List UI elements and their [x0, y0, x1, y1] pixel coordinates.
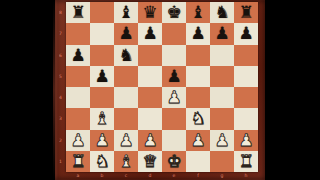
square-e8[interactable]: ♚	[162, 2, 186, 23]
square-a2[interactable]: ♟	[66, 130, 90, 151]
square-h7[interactable]: ♟	[234, 23, 258, 44]
square-f3[interactable]: ♞	[186, 108, 210, 129]
black-knight: ♞	[210, 2, 234, 23]
square-h3[interactable]	[234, 108, 258, 129]
rank-label-6: 6	[55, 45, 66, 66]
square-f2[interactable]: ♟	[186, 130, 210, 151]
square-b1[interactable]: ♞	[90, 151, 114, 172]
square-h2[interactable]: ♟	[234, 130, 258, 151]
square-e3[interactable]	[162, 108, 186, 129]
square-d8[interactable]: ♛	[138, 2, 162, 23]
square-c4[interactable]	[114, 87, 138, 108]
square-b7[interactable]	[90, 23, 114, 44]
square-e4[interactable]: ♟	[162, 87, 186, 108]
square-b2[interactable]: ♟	[90, 130, 114, 151]
square-f8[interactable]: ♝	[186, 2, 210, 23]
white-pawn: ♟	[90, 130, 114, 151]
rank-label-5: 5	[55, 66, 66, 87]
square-f4[interactable]	[186, 87, 210, 108]
white-rook: ♜	[66, 151, 90, 172]
white-bishop: ♝	[90, 108, 114, 129]
square-e6[interactable]	[162, 45, 186, 66]
square-g7[interactable]: ♟	[210, 23, 234, 44]
square-c8[interactable]: ♝	[114, 2, 138, 23]
file-label-d: d	[138, 173, 162, 179]
square-d3[interactable]	[138, 108, 162, 129]
white-bishop: ♝	[114, 151, 138, 172]
square-c2[interactable]: ♟	[114, 130, 138, 151]
white-knight: ♞	[186, 108, 210, 129]
black-pawn: ♟	[210, 23, 234, 44]
board-edge-highlight	[53, 0, 55, 180]
file-label-c: c	[114, 173, 138, 179]
square-g3[interactable]	[210, 108, 234, 129]
square-b4[interactable]	[90, 87, 114, 108]
black-pawn: ♟	[114, 23, 138, 44]
square-f1[interactable]	[186, 151, 210, 172]
white-pawn: ♟	[138, 130, 162, 151]
black-rook: ♜	[66, 2, 90, 23]
black-pawn: ♟	[186, 23, 210, 44]
square-a4[interactable]	[66, 87, 90, 108]
square-g5[interactable]	[210, 66, 234, 87]
square-h6[interactable]	[234, 45, 258, 66]
square-a5[interactable]	[66, 66, 90, 87]
square-g4[interactable]	[210, 87, 234, 108]
file-label-e: e	[162, 173, 186, 179]
square-d2[interactable]: ♟	[138, 130, 162, 151]
file-label-h: h	[234, 173, 258, 179]
square-h1[interactable]: ♜	[234, 151, 258, 172]
square-c6[interactable]: ♞	[114, 45, 138, 66]
square-f6[interactable]	[186, 45, 210, 66]
square-a3[interactable]	[66, 108, 90, 129]
black-knight: ♞	[114, 45, 138, 66]
square-d5[interactable]	[138, 66, 162, 87]
square-d6[interactable]	[138, 45, 162, 66]
square-f5[interactable]	[186, 66, 210, 87]
chess-board-frame: 87654321 ♜♝♛♚♝♞♜♟♟♟♟♟♟♞♟♟♟♝♞♟♟♟♟♟♟♟♜♞♝♛♚…	[55, 0, 265, 180]
black-pawn: ♟	[138, 23, 162, 44]
square-d7[interactable]: ♟	[138, 23, 162, 44]
black-king: ♚	[162, 2, 186, 23]
black-bishop: ♝	[114, 2, 138, 23]
square-e2[interactable]	[162, 130, 186, 151]
square-a7[interactable]	[66, 23, 90, 44]
rank-label-1: 1	[55, 151, 66, 172]
square-b3[interactable]: ♝	[90, 108, 114, 129]
file-label-g: g	[210, 173, 234, 179]
file-label-a: a	[66, 173, 90, 179]
rank-label-2: 2	[55, 130, 66, 151]
white-pawn: ♟	[210, 130, 234, 151]
black-queen: ♛	[138, 2, 162, 23]
rank-label-7: 7	[55, 23, 66, 44]
rank-label-4: 4	[55, 87, 66, 108]
square-g6[interactable]	[210, 45, 234, 66]
white-pawn: ♟	[186, 130, 210, 151]
black-pawn: ♟	[66, 45, 90, 66]
white-pawn: ♟	[66, 130, 90, 151]
chess-board[interactable]: ♜♝♛♚♝♞♜♟♟♟♟♟♟♞♟♟♟♝♞♟♟♟♟♟♟♟♜♞♝♛♚♜	[66, 2, 258, 172]
black-bishop: ♝	[186, 2, 210, 23]
square-d1[interactable]: ♛	[138, 151, 162, 172]
square-a8[interactable]: ♜	[66, 2, 90, 23]
square-g8[interactable]: ♞	[210, 2, 234, 23]
white-rook: ♜	[234, 151, 258, 172]
black-rook: ♜	[234, 2, 258, 23]
square-e1[interactable]: ♚	[162, 151, 186, 172]
square-d4[interactable]	[138, 87, 162, 108]
rank-labels: 87654321	[55, 2, 66, 172]
square-h8[interactable]: ♜	[234, 2, 258, 23]
file-label-b: b	[90, 173, 114, 179]
square-h4[interactable]	[234, 87, 258, 108]
black-pawn: ♟	[90, 66, 114, 87]
white-pawn: ♟	[114, 130, 138, 151]
square-a6[interactable]: ♟	[66, 45, 90, 66]
square-a1[interactable]: ♜	[66, 151, 90, 172]
file-label-f: f	[186, 173, 210, 179]
white-knight: ♞	[90, 151, 114, 172]
square-b5[interactable]: ♟	[90, 66, 114, 87]
square-e7[interactable]	[162, 23, 186, 44]
rank-label-8: 8	[55, 2, 66, 23]
square-e5[interactable]: ♟	[162, 66, 186, 87]
square-c1[interactable]: ♝	[114, 151, 138, 172]
square-g1[interactable]	[210, 151, 234, 172]
square-c5[interactable]	[114, 66, 138, 87]
square-c3[interactable]	[114, 108, 138, 129]
rank-label-3: 3	[55, 108, 66, 129]
square-b8[interactable]	[90, 2, 114, 23]
square-h5[interactable]	[234, 66, 258, 87]
white-pawn: ♟	[234, 130, 258, 151]
black-pawn: ♟	[234, 23, 258, 44]
black-pawn: ♟	[162, 66, 186, 87]
white-queen: ♛	[138, 151, 162, 172]
square-b6[interactable]	[90, 45, 114, 66]
file-labels: abcdefgh	[66, 173, 258, 179]
square-f7[interactable]: ♟	[186, 23, 210, 44]
square-g2[interactable]: ♟	[210, 130, 234, 151]
square-c7[interactable]: ♟	[114, 23, 138, 44]
white-king: ♚	[162, 151, 186, 172]
white-pawn: ♟	[162, 87, 186, 108]
